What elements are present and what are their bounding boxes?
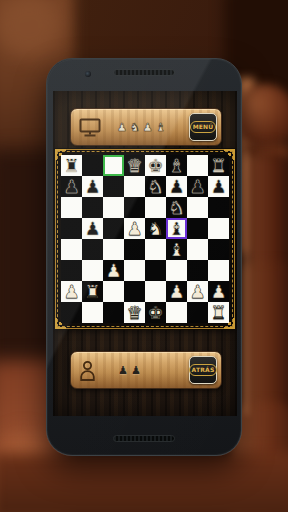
black-bishop: ♝ (168, 219, 184, 237)
bottom-speaker (113, 435, 175, 442)
square-a8[interactable]: ♜ (61, 155, 82, 176)
square-a1[interactable] (61, 302, 82, 323)
square-h6[interactable] (208, 197, 229, 218)
white-pawn: ♟ (105, 261, 121, 279)
square-b7[interactable]: ♟ (82, 176, 103, 197)
square-g7[interactable]: ♟ (187, 176, 208, 197)
black-rook: ♜ (63, 156, 79, 174)
square-g1[interactable] (187, 302, 208, 323)
black-queen: ♛ (126, 156, 142, 174)
white-pawn: ♟ (189, 282, 205, 300)
square-f4[interactable]: ♝ (166, 239, 187, 260)
square-d4[interactable] (124, 239, 145, 260)
square-d5[interactable]: ♟ (124, 218, 145, 239)
black-pawn: ♟ (84, 177, 100, 195)
chess-board: ♜♛♚♝♜♟♟♞♟♟♟♞♟♟♞♝♝♟♟♜♟♟♟♛♚♜ (61, 155, 229, 323)
square-a7[interactable]: ♟ (61, 176, 82, 197)
captured-white-pawn: ♟ (117, 122, 127, 133)
square-d1[interactable]: ♛ (124, 302, 145, 323)
monitor-icon (79, 118, 101, 137)
black-rook: ♜ (210, 156, 226, 174)
square-g6[interactable] (187, 197, 208, 218)
square-e5[interactable]: ♞ (145, 218, 166, 239)
square-d2[interactable] (124, 281, 145, 302)
menu-button[interactable]: MENÚ (189, 113, 217, 141)
square-h5[interactable] (208, 218, 229, 239)
person-icon (79, 360, 96, 381)
white-queen: ♛ (126, 303, 142, 321)
background-blur-bottom (0, 452, 288, 512)
square-g4[interactable] (187, 239, 208, 260)
square-a3[interactable] (61, 260, 82, 281)
square-d3[interactable] (124, 260, 145, 281)
square-e4[interactable] (145, 239, 166, 260)
square-b8[interactable] (82, 155, 103, 176)
black-knight: ♞ (168, 198, 184, 216)
white-king: ♚ (147, 303, 163, 321)
square-f1[interactable] (166, 302, 187, 323)
square-b2[interactable]: ♜ (82, 281, 103, 302)
square-a4[interactable] (61, 239, 82, 260)
earpiece-speaker (113, 69, 175, 76)
square-c7[interactable] (103, 176, 124, 197)
black-pawn: ♟ (63, 177, 79, 195)
square-g3[interactable] (187, 260, 208, 281)
square-e7[interactable]: ♞ (145, 176, 166, 197)
square-f7[interactable]: ♟ (166, 176, 187, 197)
square-c8[interactable] (103, 155, 124, 176)
wooden-king-neck (248, 156, 286, 274)
square-g2[interactable]: ♟ (187, 281, 208, 302)
white-rook: ♜ (210, 303, 226, 321)
computer-player-bar: ♟♞♟♝ MENÚ (70, 108, 222, 146)
black-king: ♚ (147, 156, 163, 174)
square-b4[interactable] (82, 239, 103, 260)
square-f5[interactable]: ♝ (166, 218, 187, 239)
square-a6[interactable] (61, 197, 82, 218)
square-d8[interactable]: ♛ (124, 155, 145, 176)
captured-pieces-by-human: ♟♟ (118, 365, 141, 376)
square-e8[interactable]: ♚ (145, 155, 166, 176)
wooden-king-body (242, 262, 288, 417)
back-button-label: ATRÁS (189, 364, 218, 376)
square-f2[interactable]: ♟ (166, 281, 187, 302)
front-camera-icon (85, 71, 91, 77)
white-knight: ♞ (147, 219, 163, 237)
square-d7[interactable] (124, 176, 145, 197)
wooden-king-highlight (244, 150, 248, 415)
square-c6[interactable] (103, 197, 124, 218)
square-b5[interactable]: ♟ (82, 218, 103, 239)
square-c1[interactable] (103, 302, 124, 323)
black-knight: ♞ (147, 177, 163, 195)
white-pawn: ♟ (210, 282, 226, 300)
scene: ♟♞♟♝ MENÚ ♜♛♚♝♜♟♟♞♟♟♟♞♟♟♞♝♝♟♟♜♟♟♟♛♚♜ ♟♟ (0, 0, 288, 512)
white-rook: ♜ (84, 282, 100, 300)
phone-frame: ♟♞♟♝ MENÚ ♜♛♚♝♜♟♟♞♟♟♟♞♟♟♞♝♝♟♟♜♟♟♟♛♚♜ ♟♟ (46, 58, 242, 456)
square-a5[interactable] (61, 218, 82, 239)
square-h1[interactable]: ♜ (208, 302, 229, 323)
captured-black-pawn: ♟ (118, 365, 128, 376)
white-bishop: ♝ (168, 240, 184, 258)
captured-white-knight: ♞ (130, 122, 140, 133)
black-bishop: ♝ (168, 156, 184, 174)
chess-board-frame: ♜♛♚♝♜♟♟♞♟♟♟♞♟♟♞♝♝♟♟♜♟♟♟♛♚♜ (54, 148, 236, 330)
captured-white-bishop: ♝ (156, 122, 166, 133)
square-f6[interactable]: ♞ (166, 197, 187, 218)
square-h7[interactable]: ♟ (208, 176, 229, 197)
square-d6[interactable] (124, 197, 145, 218)
square-g5[interactable] (187, 218, 208, 239)
square-c4[interactable] (103, 239, 124, 260)
square-e3[interactable] (145, 260, 166, 281)
square-a2[interactable]: ♟ (61, 281, 82, 302)
black-pawn: ♟ (168, 177, 184, 195)
black-pawn: ♟ (189, 177, 205, 195)
square-e2[interactable] (145, 281, 166, 302)
square-e6[interactable] (145, 197, 166, 218)
white-pawn: ♟ (63, 282, 79, 300)
captured-black-pawn: ♟ (131, 365, 141, 376)
wooden-king-head (234, 84, 288, 148)
square-c3[interactable]: ♟ (103, 260, 124, 281)
square-b1[interactable] (82, 302, 103, 323)
square-b6[interactable] (82, 197, 103, 218)
square-h2[interactable]: ♟ (208, 281, 229, 302)
square-c5[interactable] (103, 218, 124, 239)
square-h4[interactable] (208, 239, 229, 260)
square-g8[interactable] (187, 155, 208, 176)
square-b3[interactable] (82, 260, 103, 281)
back-button[interactable]: ATRÁS (189, 356, 217, 384)
square-c2[interactable] (103, 281, 124, 302)
captured-pieces-by-computer: ♟♞♟♝ (117, 122, 166, 133)
human-player-bar: ♟♟ ATRÁS (70, 351, 222, 389)
menu-button-label: MENÚ (190, 121, 217, 133)
square-f3[interactable] (166, 260, 187, 281)
square-e1[interactable]: ♚ (145, 302, 166, 323)
black-pawn: ♟ (210, 177, 226, 195)
captured-white-pawn: ♟ (143, 122, 153, 133)
white-pawn: ♟ (168, 282, 184, 300)
app-screen: ♟♞♟♝ MENÚ ♜♛♚♝♜♟♟♞♟♟♟♞♟♟♞♝♝♟♟♜♟♟♟♛♚♜ ♟♟ (53, 91, 237, 416)
square-h8[interactable]: ♜ (208, 155, 229, 176)
black-pawn: ♟ (84, 219, 100, 237)
white-pawn: ♟ (126, 219, 142, 237)
square-h3[interactable] (208, 260, 229, 281)
square-f8[interactable]: ♝ (166, 155, 187, 176)
